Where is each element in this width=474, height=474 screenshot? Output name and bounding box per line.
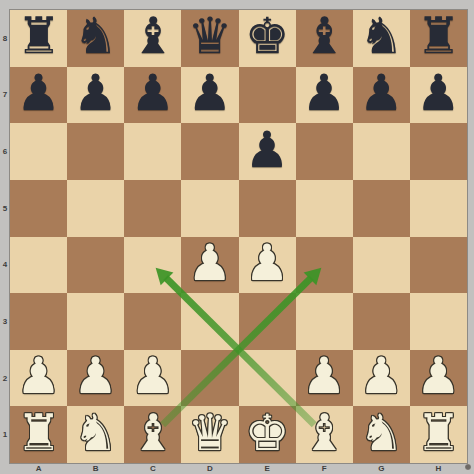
square-a6[interactable]	[10, 123, 67, 180]
white-pawn[interactable]: ♟	[73, 351, 118, 401]
rank-label-2: 2	[0, 350, 10, 407]
white-pawn[interactable]: ♟	[302, 351, 347, 401]
square-h1[interactable]: ♜	[410, 406, 467, 463]
white-knight[interactable]: ♞	[359, 408, 404, 458]
square-f7[interactable]: ♟	[296, 67, 353, 124]
square-b1[interactable]: ♞	[67, 406, 124, 463]
square-g5[interactable]	[353, 180, 410, 237]
file-label-b: B	[67, 463, 124, 474]
square-f2[interactable]: ♟	[296, 350, 353, 407]
square-c3[interactable]	[124, 293, 181, 350]
square-h6[interactable]	[410, 123, 467, 180]
white-pawn[interactable]: ♟	[416, 351, 461, 401]
square-a2[interactable]: ♟	[10, 350, 67, 407]
square-d4[interactable]: ♟	[181, 237, 238, 294]
white-queen[interactable]: ♛	[188, 408, 233, 458]
square-h5[interactable]	[410, 180, 467, 237]
square-g4[interactable]	[353, 237, 410, 294]
rank-label-5: 5	[0, 180, 10, 237]
white-rook[interactable]: ♜	[416, 408, 461, 458]
file-label-d: D	[181, 463, 238, 474]
square-f3[interactable]	[296, 293, 353, 350]
square-d2[interactable]	[181, 350, 238, 407]
square-e5[interactable]	[239, 180, 296, 237]
black-pawn[interactable]: ♟	[188, 68, 233, 118]
rank-label-6: 6	[0, 123, 10, 180]
white-pawn[interactable]: ♟	[188, 238, 233, 288]
white-bishop[interactable]: ♝	[302, 408, 347, 458]
white-pawn[interactable]: ♟	[16, 351, 61, 401]
square-c2[interactable]: ♟	[124, 350, 181, 407]
black-pawn[interactable]: ♟	[245, 125, 290, 175]
square-a3[interactable]	[10, 293, 67, 350]
square-h8[interactable]: ♜	[410, 10, 467, 67]
square-g2[interactable]: ♟	[353, 350, 410, 407]
board-frame-right	[467, 10, 474, 463]
black-knight[interactable]: ♞	[73, 11, 118, 61]
black-knight[interactable]: ♞	[359, 11, 404, 61]
square-h3[interactable]	[410, 293, 467, 350]
white-pawn[interactable]: ♟	[245, 238, 290, 288]
square-e8[interactable]: ♚	[239, 10, 296, 67]
square-f8[interactable]: ♝	[296, 10, 353, 67]
square-b8[interactable]: ♞	[67, 10, 124, 67]
white-knight[interactable]: ♞	[73, 408, 118, 458]
corner-dot-icon	[465, 464, 471, 470]
square-b6[interactable]	[67, 123, 124, 180]
black-pawn[interactable]: ♟	[359, 68, 404, 118]
square-e3[interactable]	[239, 293, 296, 350]
white-pawn[interactable]: ♟	[359, 351, 404, 401]
square-a7[interactable]: ♟	[10, 67, 67, 124]
square-c7[interactable]: ♟	[124, 67, 181, 124]
rank-label-4: 4	[0, 237, 10, 294]
file-label-a: A	[10, 463, 67, 474]
rank-label-8: 8	[0, 10, 10, 67]
square-e2[interactable]	[239, 350, 296, 407]
square-e1[interactable]: ♚	[239, 406, 296, 463]
square-e6[interactable]: ♟	[239, 123, 296, 180]
square-d5[interactable]	[181, 180, 238, 237]
black-rook[interactable]: ♜	[416, 11, 461, 61]
black-pawn[interactable]: ♟	[302, 68, 347, 118]
square-c1[interactable]: ♝	[124, 406, 181, 463]
black-pawn[interactable]: ♟	[416, 68, 461, 118]
black-pawn[interactable]: ♟	[130, 68, 175, 118]
square-e7[interactable]	[239, 67, 296, 124]
square-c4[interactable]	[124, 237, 181, 294]
square-f6[interactable]	[296, 123, 353, 180]
file-label-f: F	[296, 463, 353, 474]
black-bishop[interactable]: ♝	[130, 11, 175, 61]
black-bishop[interactable]: ♝	[302, 11, 347, 61]
square-b2[interactable]: ♟	[67, 350, 124, 407]
square-c6[interactable]	[124, 123, 181, 180]
square-b5[interactable]	[67, 180, 124, 237]
square-c5[interactable]	[124, 180, 181, 237]
black-queen[interactable]: ♛	[188, 11, 233, 61]
rank-label-1: 1	[0, 406, 10, 463]
square-d1[interactable]: ♛	[181, 406, 238, 463]
square-g8[interactable]: ♞	[353, 10, 410, 67]
square-h4[interactable]	[410, 237, 467, 294]
chess-app: { "game": "chess", "position": { "fen": …	[0, 0, 474, 474]
square-f5[interactable]	[296, 180, 353, 237]
white-king[interactable]: ♚	[245, 408, 290, 458]
square-h2[interactable]: ♟	[410, 350, 467, 407]
square-f1[interactable]: ♝	[296, 406, 353, 463]
black-pawn[interactable]: ♟	[16, 68, 61, 118]
chess-board[interactable]: ♜♞♝♛♚♝♞♜♟♟♟♟♟♟♟♟♟♟♟♟♟♟♟♟♜♞♝♛♚♝♞♜	[10, 10, 467, 463]
square-g6[interactable]	[353, 123, 410, 180]
file-label-c: C	[124, 463, 181, 474]
square-f4[interactable]	[296, 237, 353, 294]
square-a1[interactable]: ♜	[10, 406, 67, 463]
square-h7[interactable]: ♟	[410, 67, 467, 124]
square-c8[interactable]: ♝	[124, 10, 181, 67]
square-d8[interactable]: ♛	[181, 10, 238, 67]
square-a4[interactable]	[10, 237, 67, 294]
square-g7[interactable]: ♟	[353, 67, 410, 124]
black-rook[interactable]: ♜	[16, 11, 61, 61]
white-rook[interactable]: ♜	[16, 408, 61, 458]
square-g1[interactable]: ♞	[353, 406, 410, 463]
square-d6[interactable]	[181, 123, 238, 180]
square-d3[interactable]	[181, 293, 238, 350]
square-g3[interactable]	[353, 293, 410, 350]
rank-label-3: 3	[0, 293, 10, 350]
rank-label-7: 7	[0, 67, 10, 124]
file-label-g: G	[353, 463, 410, 474]
square-a8[interactable]: ♜	[10, 10, 67, 67]
file-label-e: E	[239, 463, 296, 474]
square-b7[interactable]: ♟	[67, 67, 124, 124]
square-e4[interactable]: ♟	[239, 237, 296, 294]
black-pawn[interactable]: ♟	[73, 68, 118, 118]
square-d7[interactable]: ♟	[181, 67, 238, 124]
file-label-h: H	[410, 463, 467, 474]
square-b3[interactable]	[67, 293, 124, 350]
white-pawn[interactable]: ♟	[130, 351, 175, 401]
white-bishop[interactable]: ♝	[130, 408, 175, 458]
square-b4[interactable]	[67, 237, 124, 294]
square-a5[interactable]	[10, 180, 67, 237]
black-king[interactable]: ♚	[245, 11, 290, 61]
